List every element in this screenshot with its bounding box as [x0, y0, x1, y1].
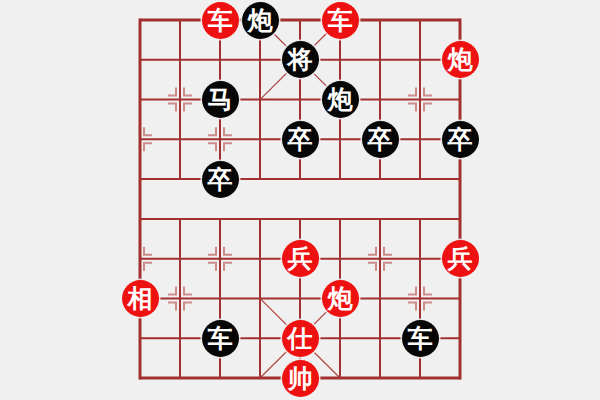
piece-black-soldier[interactable]: 卒: [202, 161, 239, 198]
piece-black-cannon[interactable]: 炮: [322, 81, 359, 118]
piece-red-cannon[interactable]: 炮: [442, 41, 479, 78]
piece-black-chariot[interactable]: 车: [202, 320, 239, 357]
piece-black-horse[interactable]: 马: [202, 81, 239, 118]
piece-red-chariot[interactable]: 车: [202, 2, 239, 39]
piece-red-advisor[interactable]: 仕: [282, 320, 319, 357]
piece-red-soldier[interactable]: 兵: [442, 240, 479, 277]
piece-black-chariot[interactable]: 车: [402, 320, 439, 357]
piece-black-cannon[interactable]: 炮: [242, 2, 279, 39]
pieces-layer: 车炮车将炮马炮卒卒卒卒兵兵相炮车仕车帅: [0, 0, 600, 400]
piece-red-soldier[interactable]: 兵: [282, 240, 319, 277]
piece-red-chariot[interactable]: 车: [322, 2, 359, 39]
piece-black-general[interactable]: 将: [282, 41, 319, 78]
piece-black-soldier[interactable]: 卒: [282, 121, 319, 158]
xiangqi-app: 车炮车将炮马炮卒卒卒卒兵兵相炮车仕车帅: [0, 0, 600, 400]
piece-black-soldier[interactable]: 卒: [442, 121, 479, 158]
piece-red-cannon[interactable]: 炮: [322, 280, 359, 317]
piece-red-elephant[interactable]: 相: [122, 280, 159, 317]
piece-red-general[interactable]: 帅: [282, 360, 319, 397]
piece-black-soldier[interactable]: 卒: [362, 121, 399, 158]
